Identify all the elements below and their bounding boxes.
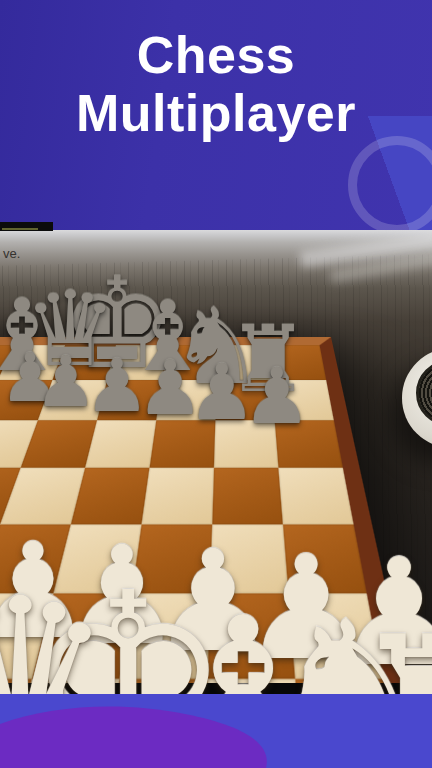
square-f5[interactable]: [142, 468, 214, 525]
app-title-line2: Multiplayer: [76, 84, 356, 142]
notch-line: [2, 228, 38, 230]
piece-white-rook-h1[interactable]: ♜: [346, 610, 432, 694]
piece-white-queen-d1[interactable]: ♛: [0, 571, 114, 694]
hero-banner: Chess Multiplayer: [0, 0, 432, 230]
game-screenshot: ve. ♝♛♚♝♞♜♟♟♟♟♟♟♟♟♟♟♟♛♚♝♞♜: [0, 230, 432, 694]
app-screen: Chess Multiplayer ve. ♝♛♚♝♞♜♟♟♟♟♟♟♟♟♟♟♟♛…: [0, 0, 432, 768]
app-title-line1: Chess: [137, 26, 296, 84]
square-g5[interactable]: [212, 468, 283, 525]
footer-banner: [0, 694, 432, 768]
screenshot-notch: [0, 222, 53, 231]
piece-black-pawn-h7[interactable]: ♟: [242, 358, 311, 435]
square-h5[interactable]: [278, 468, 353, 525]
move-status-text: ve.: [3, 246, 20, 261]
wave-decor: [0, 694, 432, 768]
